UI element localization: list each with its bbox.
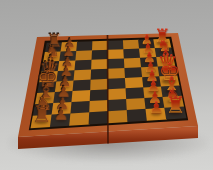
piece-black-rook[interactable]: ♜	[31, 102, 51, 125]
chess-set-photo: ♜♟♟♜♞♟♟♞♝♟♟♝♛♟♟♛♚♟♟♚♝♟♟♝♞♟♟♞♜♟♟♜	[0, 0, 213, 170]
chessboard: ♜♟♟♜♞♟♟♞♝♟♟♝♛♟♟♛♚♟♟♚♝♟♟♝♞♟♟♞♜♟♟♜	[0, 0, 213, 170]
piece-red-pawn[interactable]: ♟	[149, 100, 164, 117]
piece-red-rook[interactable]: ♜	[165, 94, 185, 117]
piece-black-pawn[interactable]: ♟	[53, 106, 68, 123]
